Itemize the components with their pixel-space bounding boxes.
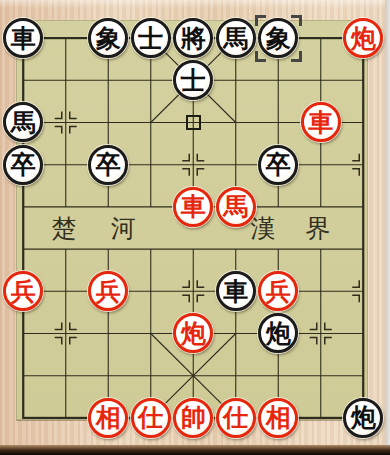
piece-black-cannon[interactable]: 炮 — [258, 313, 298, 353]
bracket-top-right — [291, 15, 302, 26]
piece-red-soldier[interactable]: 兵 — [3, 271, 43, 311]
piece-red-elephant[interactable]: 相 — [88, 398, 128, 438]
river-label-han: 漢 — [251, 212, 276, 245]
piece-black-chariot[interactable]: 車 — [3, 18, 43, 58]
piece-black-soldier[interactable]: 卒 — [3, 145, 43, 185]
piece-red-soldier[interactable]: 兵 — [258, 271, 298, 311]
piece-red-cannon[interactable]: 炮 — [343, 18, 383, 58]
river-label-chu: 楚 — [52, 212, 77, 245]
frame-edge-bottom — [0, 445, 390, 455]
piece-black-cannon[interactable]: 炮 — [343, 398, 383, 438]
selected-piece-brackets — [255, 15, 302, 62]
piece-red-elephant[interactable]: 相 — [258, 398, 298, 438]
river-label-he: 河 — [111, 212, 136, 245]
piece-red-soldier[interactable]: 兵 — [88, 271, 128, 311]
frame-edge-right — [385, 0, 390, 455]
piece-black-elephant[interactable]: 象 — [88, 18, 128, 58]
piece-black-soldier[interactable]: 卒 — [258, 145, 298, 185]
wood-frame-highlight — [0, 0, 390, 8]
piece-black-horse[interactable]: 馬 — [216, 18, 256, 58]
piece-black-soldier[interactable]: 卒 — [88, 145, 128, 185]
piece-black-advisor[interactable]: 士 — [131, 18, 171, 58]
piece-black-advisor[interactable]: 士 — [173, 60, 213, 100]
river-label-jie: 界 — [306, 212, 331, 245]
piece-red-advisor[interactable]: 仕 — [216, 398, 256, 438]
piece-black-horse[interactable]: 馬 — [3, 102, 43, 142]
last-move-from-marker — [186, 115, 201, 130]
xiangqi-board: 楚 河 漢 界 車象士將馬象炮士馬車卒卒卒車馬兵兵車兵炮炮相仕帥仕相炮 — [0, 0, 390, 455]
piece-red-advisor[interactable]: 仕 — [131, 398, 171, 438]
bracket-top-left — [255, 15, 266, 26]
piece-red-chariot[interactable]: 車 — [301, 102, 341, 142]
bracket-bottom-right — [291, 51, 302, 62]
piece-red-cannon[interactable]: 炮 — [173, 313, 213, 353]
piece-red-general[interactable]: 帥 — [173, 398, 213, 438]
piece-black-chariot[interactable]: 車 — [216, 271, 256, 311]
piece-red-horse[interactable]: 馬 — [216, 187, 256, 227]
bracket-bottom-left — [255, 51, 266, 62]
piece-red-chariot[interactable]: 車 — [173, 187, 213, 227]
piece-black-general[interactable]: 將 — [173, 18, 213, 58]
